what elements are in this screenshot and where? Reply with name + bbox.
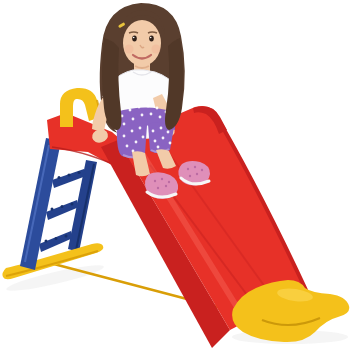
slide-scene [0, 0, 350, 351]
right-cheek-blush [152, 45, 161, 54]
left-cheek-blush [125, 45, 134, 54]
product-photo [0, 0, 350, 351]
head [123, 20, 161, 66]
